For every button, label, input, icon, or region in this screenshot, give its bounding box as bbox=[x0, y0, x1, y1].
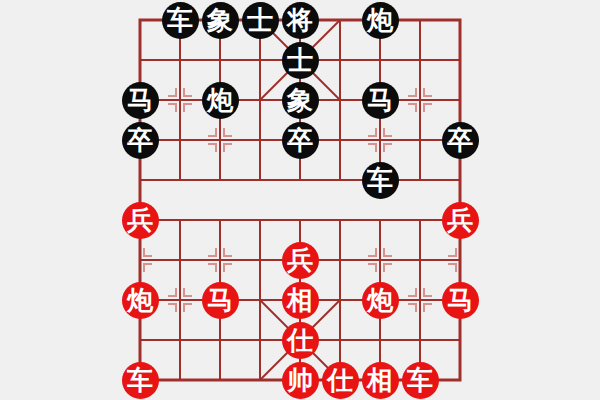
xiangqi-board[interactable]: 车象士将炮士马炮象马卒卒卒车兵兵兵炮马相炮马仕车帅仕相车 bbox=[120, 0, 480, 400]
piece-red-elephant[interactable]: 相 bbox=[282, 282, 319, 319]
piece-black-horse[interactable]: 马 bbox=[362, 82, 399, 119]
piece-black-soldier[interactable]: 卒 bbox=[122, 122, 159, 159]
piece-red-chariot[interactable]: 车 bbox=[122, 362, 159, 399]
app-canvas: 车象士将炮士马炮象马卒卒卒车兵兵兵炮马相炮马仕车帅仕相车 bbox=[0, 0, 600, 400]
piece-black-advisor[interactable]: 士 bbox=[282, 42, 319, 79]
piece-red-horse[interactable]: 马 bbox=[442, 282, 479, 319]
piece-black-chariot[interactable]: 车 bbox=[162, 2, 199, 39]
piece-red-soldier[interactable]: 兵 bbox=[442, 202, 479, 239]
piece-red-soldier[interactable]: 兵 bbox=[282, 242, 319, 279]
piece-red-advisor[interactable]: 仕 bbox=[322, 362, 359, 399]
piece-black-chariot[interactable]: 车 bbox=[362, 162, 399, 199]
piece-black-cannon[interactable]: 炮 bbox=[202, 82, 239, 119]
piece-black-soldier[interactable]: 卒 bbox=[282, 122, 319, 159]
piece-red-chariot[interactable]: 车 bbox=[402, 362, 439, 399]
piece-black-elephant[interactable]: 象 bbox=[282, 82, 319, 119]
piece-red-cannon[interactable]: 炮 bbox=[362, 282, 399, 319]
piece-black-general[interactable]: 将 bbox=[282, 2, 319, 39]
piece-black-horse[interactable]: 马 bbox=[122, 82, 159, 119]
piece-black-advisor[interactable]: 士 bbox=[242, 2, 279, 39]
piece-red-horse[interactable]: 马 bbox=[202, 282, 239, 319]
piece-black-cannon[interactable]: 炮 bbox=[362, 2, 399, 39]
piece-red-general[interactable]: 帅 bbox=[282, 362, 319, 399]
piece-black-elephant[interactable]: 象 bbox=[202, 2, 239, 39]
piece-red-advisor[interactable]: 仕 bbox=[282, 322, 319, 359]
piece-red-cannon[interactable]: 炮 bbox=[122, 282, 159, 319]
piece-red-elephant[interactable]: 相 bbox=[362, 362, 399, 399]
piece-red-soldier[interactable]: 兵 bbox=[122, 202, 159, 239]
piece-black-soldier[interactable]: 卒 bbox=[442, 122, 479, 159]
